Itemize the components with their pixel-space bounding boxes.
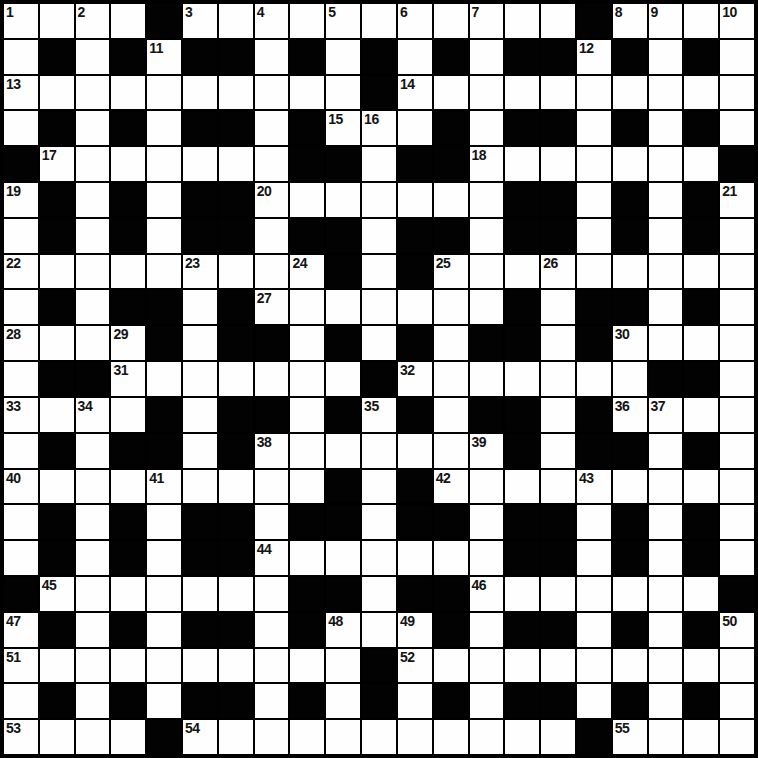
cell-r3c13[interactable] <box>470 111 504 145</box>
cell-r0c3[interactable] <box>111 4 145 38</box>
cell-r4c5[interactable] <box>183 147 217 181</box>
cell-r1c18[interactable] <box>649 40 683 74</box>
cell-r5c20[interactable]: 21 <box>720 183 754 217</box>
cell-r7c14[interactable] <box>505 255 539 289</box>
cell-r11c3[interactable] <box>111 398 145 432</box>
cell-r0c8[interactable] <box>290 4 324 38</box>
cell-r10c4[interactable] <box>147 362 181 396</box>
cell-r8c10[interactable] <box>362 290 396 324</box>
cell-r7c12[interactable]: 25 <box>434 255 468 289</box>
cell-r10c6[interactable] <box>219 362 253 396</box>
cell-r18c0[interactable]: 51 <box>4 649 38 683</box>
cell-r16c19[interactable] <box>684 577 718 611</box>
cell-r13c13[interactable] <box>470 470 504 504</box>
cell-r10c5[interactable] <box>183 362 217 396</box>
cell-r7c5[interactable]: 23 <box>183 255 217 289</box>
cell-r9c20[interactable] <box>720 326 754 360</box>
cell-r18c8[interactable] <box>290 649 324 683</box>
cell-r7c17[interactable] <box>613 255 647 289</box>
cell-r3c20[interactable] <box>720 111 754 145</box>
cell-r0c2[interactable]: 2 <box>76 4 110 38</box>
cell-r17c16[interactable] <box>577 613 611 647</box>
cell-r8c12[interactable] <box>434 290 468 324</box>
cell-r2c6[interactable] <box>219 76 253 110</box>
cell-r20c20[interactable] <box>720 720 754 754</box>
cell-r13c17[interactable] <box>613 470 647 504</box>
cell-r1c20[interactable] <box>720 40 754 74</box>
cell-r18c9[interactable] <box>326 649 360 683</box>
cell-r18c4[interactable] <box>147 649 181 683</box>
cell-r3c10[interactable]: 16 <box>362 111 396 145</box>
cell-r20c14[interactable] <box>505 720 539 754</box>
cell-r0c9[interactable]: 5 <box>326 4 360 38</box>
cell-r0c20[interactable]: 10 <box>720 4 754 38</box>
cell-r0c10[interactable] <box>362 4 396 38</box>
cell-r18c17[interactable] <box>613 649 647 683</box>
cell-r5c11[interactable] <box>398 183 432 217</box>
cell-r5c7[interactable]: 20 <box>255 183 289 217</box>
cell-r19c9[interactable] <box>326 684 360 718</box>
cell-r10c0[interactable] <box>4 362 38 396</box>
cell-r4c14[interactable] <box>505 147 539 181</box>
cell-r12c18[interactable] <box>649 434 683 468</box>
cell-r14c20[interactable] <box>720 505 754 539</box>
cell-r4c10[interactable] <box>362 147 396 181</box>
cell-r19c7[interactable] <box>255 684 289 718</box>
cell-r20c2[interactable] <box>76 720 110 754</box>
cell-r1c11[interactable] <box>398 40 432 74</box>
cell-r10c3[interactable]: 31 <box>111 362 145 396</box>
cell-r17c20[interactable]: 50 <box>720 613 754 647</box>
cell-r12c10[interactable] <box>362 434 396 468</box>
cell-r1c0[interactable] <box>4 40 38 74</box>
cell-r10c20[interactable] <box>720 362 754 396</box>
cell-r16c10[interactable] <box>362 577 396 611</box>
cell-r15c20[interactable] <box>720 541 754 575</box>
cell-r8c0[interactable] <box>4 290 38 324</box>
cell-r4c7[interactable] <box>255 147 289 181</box>
cell-r15c18[interactable] <box>649 541 683 575</box>
cell-r16c3[interactable] <box>111 577 145 611</box>
cell-r14c7[interactable] <box>255 505 289 539</box>
cell-r4c13[interactable]: 18 <box>470 147 504 181</box>
cell-r20c15[interactable] <box>541 720 575 754</box>
cell-r10c12[interactable] <box>434 362 468 396</box>
cell-r1c13[interactable] <box>470 40 504 74</box>
cell-r2c18[interactable] <box>649 76 683 110</box>
cell-r18c20[interactable] <box>720 649 754 683</box>
cell-r6c0[interactable] <box>4 219 38 253</box>
cell-r20c18[interactable] <box>649 720 683 754</box>
cell-r19c13[interactable] <box>470 684 504 718</box>
cell-r4c1[interactable]: 17 <box>40 147 74 181</box>
cell-r7c1[interactable] <box>40 255 74 289</box>
cell-r2c13[interactable] <box>470 76 504 110</box>
cell-r13c20[interactable] <box>720 470 754 504</box>
cell-r18c7[interactable] <box>255 649 289 683</box>
cell-r9c5[interactable] <box>183 326 217 360</box>
cell-r2c19[interactable] <box>684 76 718 110</box>
cell-r0c19[interactable] <box>684 4 718 38</box>
cell-r20c7[interactable] <box>255 720 289 754</box>
cell-r2c7[interactable] <box>255 76 289 110</box>
cell-r2c15[interactable] <box>541 76 575 110</box>
cell-r6c18[interactable] <box>649 219 683 253</box>
cell-r12c7[interactable]: 38 <box>255 434 289 468</box>
cell-r8c2[interactable] <box>76 290 110 324</box>
cell-r2c9[interactable] <box>326 76 360 110</box>
cell-r3c16[interactable] <box>577 111 611 145</box>
cell-r0c18[interactable]: 9 <box>649 4 683 38</box>
cell-r18c13[interactable] <box>470 649 504 683</box>
cell-r1c9[interactable] <box>326 40 360 74</box>
cell-r20c1[interactable] <box>40 720 74 754</box>
cell-r7c13[interactable] <box>470 255 504 289</box>
cell-r19c4[interactable] <box>147 684 181 718</box>
cell-r15c12[interactable] <box>434 541 468 575</box>
cell-r5c12[interactable] <box>434 183 468 217</box>
cell-r20c3[interactable] <box>111 720 145 754</box>
cell-r10c7[interactable] <box>255 362 289 396</box>
cell-r6c7[interactable] <box>255 219 289 253</box>
cell-r5c4[interactable] <box>147 183 181 217</box>
cell-r18c5[interactable] <box>183 649 217 683</box>
cell-r13c2[interactable] <box>76 470 110 504</box>
cell-r7c6[interactable] <box>219 255 253 289</box>
cell-r12c11[interactable] <box>398 434 432 468</box>
cell-r3c18[interactable] <box>649 111 683 145</box>
cell-r13c5[interactable] <box>183 470 217 504</box>
cell-r1c4[interactable]: 11 <box>147 40 181 74</box>
cell-r18c12[interactable] <box>434 649 468 683</box>
cell-r4c2[interactable] <box>76 147 110 181</box>
cell-r14c2[interactable] <box>76 505 110 539</box>
cell-r14c10[interactable] <box>362 505 396 539</box>
cell-r17c11[interactable]: 49 <box>398 613 432 647</box>
cell-r3c2[interactable] <box>76 111 110 145</box>
cell-r7c7[interactable] <box>255 255 289 289</box>
cell-r2c8[interactable] <box>290 76 324 110</box>
cell-r3c9[interactable]: 15 <box>326 111 360 145</box>
cell-r5c10[interactable] <box>362 183 396 217</box>
cell-r9c8[interactable] <box>290 326 324 360</box>
cell-r7c16[interactable] <box>577 255 611 289</box>
cell-r8c18[interactable] <box>649 290 683 324</box>
cell-r18c1[interactable] <box>40 649 74 683</box>
cell-r19c20[interactable] <box>720 684 754 718</box>
cell-r10c8[interactable] <box>290 362 324 396</box>
cell-r2c3[interactable] <box>111 76 145 110</box>
cell-r17c2[interactable] <box>76 613 110 647</box>
cell-r18c19[interactable] <box>684 649 718 683</box>
cell-r16c14[interactable] <box>505 577 539 611</box>
cell-r1c2[interactable] <box>76 40 110 74</box>
cell-r7c8[interactable]: 24 <box>290 255 324 289</box>
cell-r20c5[interactable]: 54 <box>183 720 217 754</box>
cell-r12c12[interactable] <box>434 434 468 468</box>
cell-r18c14[interactable] <box>505 649 539 683</box>
cell-r10c15[interactable] <box>541 362 575 396</box>
cell-r2c20[interactable] <box>720 76 754 110</box>
cell-r13c3[interactable] <box>111 470 145 504</box>
cell-r7c3[interactable] <box>111 255 145 289</box>
cell-r9c10[interactable] <box>362 326 396 360</box>
cell-r8c15[interactable] <box>541 290 575 324</box>
cell-r6c2[interactable] <box>76 219 110 253</box>
cell-r8c5[interactable] <box>183 290 217 324</box>
cell-r15c11[interactable] <box>398 541 432 575</box>
cell-r16c1[interactable]: 45 <box>40 577 74 611</box>
cell-r7c15[interactable]: 26 <box>541 255 575 289</box>
cell-r11c10[interactable]: 35 <box>362 398 396 432</box>
cell-r3c7[interactable] <box>255 111 289 145</box>
cell-r7c20[interactable] <box>720 255 754 289</box>
cell-r9c12[interactable] <box>434 326 468 360</box>
cell-r3c4[interactable] <box>147 111 181 145</box>
cell-r9c17[interactable]: 30 <box>613 326 647 360</box>
cell-r2c1[interactable] <box>40 76 74 110</box>
cell-r18c6[interactable] <box>219 649 253 683</box>
cell-r19c16[interactable] <box>577 684 611 718</box>
cell-r16c6[interactable] <box>219 577 253 611</box>
cell-r20c10[interactable] <box>362 720 396 754</box>
cell-r2c5[interactable] <box>183 76 217 110</box>
cell-r0c17[interactable]: 8 <box>613 4 647 38</box>
cell-r15c16[interactable] <box>577 541 611 575</box>
cell-r2c17[interactable] <box>613 76 647 110</box>
cell-r15c7[interactable]: 44 <box>255 541 289 575</box>
cell-r8c13[interactable] <box>470 290 504 324</box>
cell-r19c0[interactable] <box>4 684 38 718</box>
cell-r8c11[interactable] <box>398 290 432 324</box>
cell-r5c2[interactable] <box>76 183 110 217</box>
cell-r11c17[interactable]: 36 <box>613 398 647 432</box>
cell-r6c16[interactable] <box>577 219 611 253</box>
cell-r9c0[interactable]: 28 <box>4 326 38 360</box>
cell-r16c17[interactable] <box>613 577 647 611</box>
cell-r8c9[interactable] <box>326 290 360 324</box>
cell-r0c15[interactable] <box>541 4 575 38</box>
cell-r3c0[interactable] <box>4 111 38 145</box>
cell-r17c4[interactable] <box>147 613 181 647</box>
cell-r5c8[interactable] <box>290 183 324 217</box>
cell-r0c12[interactable] <box>434 4 468 38</box>
cell-r2c14[interactable] <box>505 76 539 110</box>
cell-r4c16[interactable] <box>577 147 611 181</box>
cell-r15c13[interactable] <box>470 541 504 575</box>
cell-r16c18[interactable] <box>649 577 683 611</box>
cell-r10c17[interactable] <box>613 362 647 396</box>
cell-r7c0[interactable]: 22 <box>4 255 38 289</box>
cell-r3c11[interactable] <box>398 111 432 145</box>
cell-r17c7[interactable] <box>255 613 289 647</box>
cell-r5c13[interactable] <box>470 183 504 217</box>
cell-r0c14[interactable] <box>505 4 539 38</box>
cell-r15c8[interactable] <box>290 541 324 575</box>
cell-r0c13[interactable]: 7 <box>470 4 504 38</box>
cell-r18c18[interactable] <box>649 649 683 683</box>
cell-r20c12[interactable] <box>434 720 468 754</box>
cell-r19c2[interactable] <box>76 684 110 718</box>
cell-r11c0[interactable]: 33 <box>4 398 38 432</box>
cell-r17c9[interactable]: 48 <box>326 613 360 647</box>
cell-r6c13[interactable] <box>470 219 504 253</box>
cell-r9c1[interactable] <box>40 326 74 360</box>
cell-r16c4[interactable] <box>147 577 181 611</box>
cell-r8c20[interactable] <box>720 290 754 324</box>
cell-r4c6[interactable] <box>219 147 253 181</box>
cell-r20c8[interactable] <box>290 720 324 754</box>
cell-r5c9[interactable] <box>326 183 360 217</box>
cell-r17c18[interactable] <box>649 613 683 647</box>
cell-r19c18[interactable] <box>649 684 683 718</box>
cell-r2c0[interactable]: 13 <box>4 76 38 110</box>
cell-r0c1[interactable] <box>40 4 74 38</box>
cell-r13c10[interactable] <box>362 470 396 504</box>
cell-r11c2[interactable]: 34 <box>76 398 110 432</box>
cell-r14c16[interactable] <box>577 505 611 539</box>
cell-r12c8[interactable] <box>290 434 324 468</box>
cell-r0c6[interactable] <box>219 4 253 38</box>
cell-r2c12[interactable] <box>434 76 468 110</box>
cell-r13c16[interactable]: 43 <box>577 470 611 504</box>
cell-r11c8[interactable] <box>290 398 324 432</box>
cell-r15c9[interactable] <box>326 541 360 575</box>
cell-r8c7[interactable]: 27 <box>255 290 289 324</box>
cell-r2c11[interactable]: 14 <box>398 76 432 110</box>
cell-r17c13[interactable] <box>470 613 504 647</box>
cell-r20c11[interactable] <box>398 720 432 754</box>
cell-r5c18[interactable] <box>649 183 683 217</box>
cell-r4c17[interactable] <box>613 147 647 181</box>
cell-r20c13[interactable] <box>470 720 504 754</box>
cell-r17c10[interactable] <box>362 613 396 647</box>
cell-r0c11[interactable]: 6 <box>398 4 432 38</box>
cell-r15c10[interactable] <box>362 541 396 575</box>
cell-r6c4[interactable] <box>147 219 181 253</box>
cell-r16c2[interactable] <box>76 577 110 611</box>
cell-r12c0[interactable] <box>4 434 38 468</box>
cell-r20c0[interactable]: 53 <box>4 720 38 754</box>
cell-r13c14[interactable] <box>505 470 539 504</box>
cell-r4c15[interactable] <box>541 147 575 181</box>
cell-r2c16[interactable] <box>577 76 611 110</box>
cell-r10c14[interactable] <box>505 362 539 396</box>
cell-r11c5[interactable] <box>183 398 217 432</box>
cell-r4c3[interactable] <box>111 147 145 181</box>
cell-r13c7[interactable] <box>255 470 289 504</box>
cell-r12c5[interactable] <box>183 434 217 468</box>
cell-r14c13[interactable] <box>470 505 504 539</box>
cell-r14c18[interactable] <box>649 505 683 539</box>
cell-r11c15[interactable] <box>541 398 575 432</box>
cell-r0c7[interactable]: 4 <box>255 4 289 38</box>
cell-r13c12[interactable]: 42 <box>434 470 468 504</box>
cell-r13c18[interactable] <box>649 470 683 504</box>
cell-r12c9[interactable] <box>326 434 360 468</box>
cell-r13c8[interactable] <box>290 470 324 504</box>
cell-r7c18[interactable] <box>649 255 683 289</box>
cell-r11c1[interactable] <box>40 398 74 432</box>
cell-r12c20[interactable] <box>720 434 754 468</box>
cell-r10c11[interactable]: 32 <box>398 362 432 396</box>
cell-r11c20[interactable] <box>720 398 754 432</box>
cell-r20c6[interactable] <box>219 720 253 754</box>
cell-r18c2[interactable] <box>76 649 110 683</box>
cell-r20c17[interactable]: 55 <box>613 720 647 754</box>
cell-r7c2[interactable] <box>76 255 110 289</box>
cell-r9c15[interactable] <box>541 326 575 360</box>
cell-r11c18[interactable]: 37 <box>649 398 683 432</box>
cell-r16c7[interactable] <box>255 577 289 611</box>
cell-r13c4[interactable]: 41 <box>147 470 181 504</box>
cell-r17c0[interactable]: 47 <box>4 613 38 647</box>
cell-r15c4[interactable] <box>147 541 181 575</box>
cell-r1c16[interactable]: 12 <box>577 40 611 74</box>
cell-r14c4[interactable] <box>147 505 181 539</box>
cell-r13c6[interactable] <box>219 470 253 504</box>
cell-r18c11[interactable]: 52 <box>398 649 432 683</box>
cell-r12c2[interactable] <box>76 434 110 468</box>
cell-r11c19[interactable] <box>684 398 718 432</box>
cell-r9c19[interactable] <box>684 326 718 360</box>
cell-r0c0[interactable]: 1 <box>4 4 38 38</box>
cell-r10c16[interactable] <box>577 362 611 396</box>
cell-r15c0[interactable] <box>4 541 38 575</box>
cell-r11c12[interactable] <box>434 398 468 432</box>
cell-r1c7[interactable] <box>255 40 289 74</box>
cell-r12c15[interactable] <box>541 434 575 468</box>
cell-r6c20[interactable] <box>720 219 754 253</box>
cell-r15c2[interactable] <box>76 541 110 575</box>
cell-r16c5[interactable] <box>183 577 217 611</box>
cell-r16c15[interactable] <box>541 577 575 611</box>
cell-r7c19[interactable] <box>684 255 718 289</box>
cell-r6c10[interactable] <box>362 219 396 253</box>
cell-r10c13[interactable] <box>470 362 504 396</box>
cell-r9c2[interactable] <box>76 326 110 360</box>
cell-r13c15[interactable] <box>541 470 575 504</box>
cell-r2c4[interactable] <box>147 76 181 110</box>
cell-r16c16[interactable] <box>577 577 611 611</box>
cell-r18c16[interactable] <box>577 649 611 683</box>
cell-r10c9[interactable] <box>326 362 360 396</box>
cell-r12c13[interactable]: 39 <box>470 434 504 468</box>
cell-r13c1[interactable] <box>40 470 74 504</box>
cell-r14c0[interactable] <box>4 505 38 539</box>
cell-r13c0[interactable]: 40 <box>4 470 38 504</box>
cell-r5c0[interactable]: 19 <box>4 183 38 217</box>
cell-r4c19[interactable] <box>684 147 718 181</box>
cell-r18c3[interactable] <box>111 649 145 683</box>
cell-r0c5[interactable]: 3 <box>183 4 217 38</box>
cell-r7c10[interactable] <box>362 255 396 289</box>
cell-r4c4[interactable] <box>147 147 181 181</box>
cell-r9c18[interactable] <box>649 326 683 360</box>
cell-r8c8[interactable] <box>290 290 324 324</box>
cell-r7c4[interactable] <box>147 255 181 289</box>
cell-r19c11[interactable] <box>398 684 432 718</box>
cell-r18c15[interactable] <box>541 649 575 683</box>
cell-r4c18[interactable] <box>649 147 683 181</box>
cell-r20c9[interactable] <box>326 720 360 754</box>
cell-r16c13[interactable]: 46 <box>470 577 504 611</box>
cell-r5c16[interactable] <box>577 183 611 217</box>
cell-r2c2[interactable] <box>76 76 110 110</box>
cell-r20c19[interactable] <box>684 720 718 754</box>
cell-r13c19[interactable] <box>684 470 718 504</box>
cell-r9c3[interactable]: 29 <box>111 326 145 360</box>
